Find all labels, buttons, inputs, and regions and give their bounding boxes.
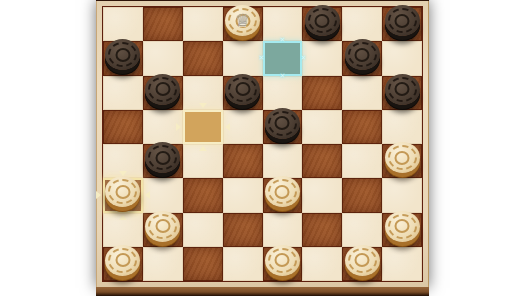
square-r4c6[interactable] [342, 144, 382, 178]
square-r2c5[interactable] [302, 76, 342, 110]
square-r1c5[interactable] [302, 41, 342, 75]
black-man[interactable] [105, 39, 140, 70]
square-r2c6[interactable] [342, 76, 382, 110]
target-x-icon: ✕ [280, 73, 286, 80]
white-man[interactable] [145, 211, 180, 242]
square-r2c1[interactable] [143, 76, 183, 110]
target-x-icon: ✕ [259, 55, 265, 62]
square-r0c1[interactable] [143, 7, 183, 41]
white-man[interactable] [385, 142, 420, 173]
square-r0c7[interactable] [382, 7, 422, 41]
square-r7c6[interactable] [342, 247, 382, 281]
pulse-arrow-icon [199, 146, 207, 151]
black-man[interactable] [145, 74, 180, 105]
square-r7c1[interactable] [143, 247, 183, 281]
square-r4c1[interactable] [143, 144, 183, 178]
square-r2c3[interactable] [223, 76, 263, 110]
white-man[interactable] [105, 245, 140, 276]
white-man[interactable] [345, 245, 380, 276]
square-r4c5[interactable] [302, 144, 342, 178]
square-r4c3[interactable] [223, 144, 263, 178]
pulse-arrow-icon [176, 123, 181, 131]
square-r5c2[interactable] [183, 178, 223, 212]
square-r5c5[interactable] [302, 178, 342, 212]
black-man[interactable] [225, 74, 260, 105]
square-r6c7[interactable] [382, 213, 422, 247]
checkers-board: ♕✕✕✕✕ [96, 0, 429, 288]
hint-landing-square-highlight[interactable] [183, 110, 223, 144]
square-r6c6[interactable] [342, 213, 382, 247]
square-r1c7[interactable] [382, 41, 422, 75]
black-man[interactable] [385, 74, 420, 105]
square-r7c4[interactable] [263, 247, 303, 281]
square-r2c7[interactable] [382, 76, 422, 110]
pulse-arrow-icon [96, 191, 101, 199]
square-r5c7[interactable] [382, 178, 422, 212]
square-r3c0[interactable] [103, 110, 143, 144]
black-man[interactable] [385, 5, 420, 36]
square-r6c3[interactable] [223, 213, 263, 247]
square-r0c0[interactable] [103, 7, 143, 41]
pulse-arrow-icon [225, 123, 230, 131]
target-x-icon: ✕ [280, 37, 286, 44]
pulse-arrow-icon [145, 191, 150, 199]
square-r0c5[interactable] [302, 7, 342, 41]
square-r7c0[interactable] [103, 247, 143, 281]
crown-icon: ♕ [235, 11, 250, 28]
white-king[interactable]: ♕ [225, 5, 260, 36]
square-r7c5[interactable] [302, 247, 342, 281]
white-man[interactable] [385, 211, 420, 242]
square-r1c2[interactable] [183, 41, 223, 75]
square-r7c2[interactable] [183, 247, 223, 281]
square-r6c5[interactable] [302, 213, 342, 247]
square-r0c2[interactable] [183, 7, 223, 41]
square-r5c4[interactable] [263, 178, 303, 212]
square-r1c4[interactable]: ✕✕✕✕ [263, 41, 303, 75]
square-r3c2[interactable] [183, 110, 223, 144]
square-r6c4[interactable] [263, 213, 303, 247]
square-r5c3[interactable] [223, 178, 263, 212]
pulse-arrow-icon [199, 103, 207, 108]
pulse-arrow-icon [119, 215, 127, 220]
square-r7c7[interactable] [382, 247, 422, 281]
square-r5c0[interactable] [103, 178, 143, 212]
square-r1c3[interactable] [223, 41, 263, 75]
square-r3c5[interactable] [302, 110, 342, 144]
black-man[interactable] [145, 142, 180, 173]
square-r4c7[interactable] [382, 144, 422, 178]
square-r2c0[interactable] [103, 76, 143, 110]
black-man[interactable] [305, 5, 340, 36]
square-r0c6[interactable] [342, 7, 382, 41]
black-man[interactable] [265, 108, 300, 139]
square-r3c6[interactable] [342, 110, 382, 144]
square-r1c0[interactable] [103, 41, 143, 75]
square-r0c3[interactable]: ♕ [223, 7, 263, 41]
white-man[interactable] [265, 245, 300, 276]
jump-target-square-highlight[interactable] [263, 41, 303, 75]
square-r6c2[interactable] [183, 213, 223, 247]
square-r2c4[interactable] [263, 76, 303, 110]
board-front-edge [96, 287, 429, 296]
square-r4c4[interactable] [263, 144, 303, 178]
square-r1c1[interactable] [143, 41, 183, 75]
square-r5c6[interactable] [342, 178, 382, 212]
square-r6c1[interactable] [143, 213, 183, 247]
square-r3c4[interactable] [263, 110, 303, 144]
board-grid: ♕✕✕✕✕ [102, 6, 423, 282]
square-r3c7[interactable] [382, 110, 422, 144]
black-man[interactable] [345, 39, 380, 70]
square-r1c6[interactable] [342, 41, 382, 75]
square-r7c3[interactable] [223, 247, 263, 281]
white-man[interactable] [265, 176, 300, 207]
target-x-icon: ✕ [301, 55, 307, 62]
